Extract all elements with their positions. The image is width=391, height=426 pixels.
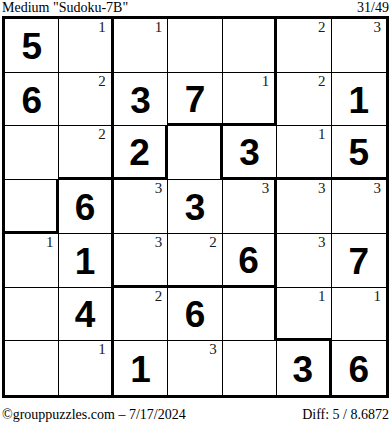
cell-r7c7: 6: [332, 341, 386, 395]
empty-cell-counter: 31/49: [357, 0, 389, 15]
corner-mark: 3: [318, 180, 326, 197]
given-digit: 5: [348, 134, 369, 171]
corner-mark: 3: [262, 180, 270, 197]
given-digit: 3: [185, 189, 206, 226]
corner-mark: 3: [373, 19, 381, 36]
cell-r3c5: 3: [223, 126, 277, 180]
given-digit: 2: [129, 134, 150, 171]
cell-r3c4: [168, 126, 222, 180]
cell-r6c1: [5, 288, 59, 342]
header: Medium "Sudoku-7B" 31/49: [2, 0, 389, 15]
cell-r4c3: 3: [114, 180, 168, 234]
cell-r2c4: 7: [168, 73, 222, 127]
cell-r5c5: 6: [223, 234, 277, 288]
cell-r2c6: 2: [277, 73, 331, 127]
cell-r6c4: 6: [168, 288, 222, 342]
cell-r7c6: 3: [277, 341, 331, 395]
cell-r1c4: [168, 19, 222, 73]
corner-mark: 3: [373, 180, 381, 197]
cell-r3c7: 5: [332, 126, 386, 180]
cell-r4c6: 3: [277, 180, 331, 234]
given-digit: 6: [238, 242, 259, 279]
cell-r5c1: 1: [5, 234, 59, 288]
corner-mark: 2: [318, 73, 326, 90]
cell-r2c2: 2: [59, 73, 113, 127]
cell-r6c2: 4: [59, 288, 113, 342]
given-digit: 7: [348, 243, 369, 280]
cell-r3c2: 2: [59, 126, 113, 180]
given-digit: 6: [75, 189, 96, 226]
cell-r1c1: 5: [5, 19, 59, 73]
cell-r5c7: 7: [332, 234, 386, 288]
cell-r6c6: 1: [277, 288, 331, 342]
corner-mark: 2: [209, 234, 217, 251]
corner-mark: 1: [98, 341, 106, 358]
cell-r7c2: 1: [59, 341, 113, 395]
cell-r2c1: 6: [5, 73, 59, 127]
given-digit: 3: [239, 134, 260, 171]
cell-r4c2: 6: [59, 180, 113, 234]
corner-mark: 2: [98, 73, 106, 90]
corner-mark: 2: [155, 288, 163, 305]
corner-mark: 2: [318, 19, 326, 36]
cell-r1c2: 1: [59, 19, 113, 73]
given-digit: 3: [293, 351, 314, 388]
given-digit: 4: [75, 296, 96, 333]
cell-r7c5: [223, 341, 277, 395]
cell-r1c6: 2: [277, 19, 331, 73]
puzzle-title: Medium "Sudoku-7B": [2, 0, 128, 15]
cell-r4c4: 3: [168, 180, 222, 234]
cell-r4c5: 3: [223, 180, 277, 234]
given-digit: 6: [348, 351, 369, 388]
cell-r3c6: 1: [277, 126, 331, 180]
given-digit: 1: [348, 82, 369, 119]
cell-r5c2: 1: [59, 234, 113, 288]
corner-mark: 3: [209, 341, 217, 358]
cell-r2c5: 1: [223, 73, 277, 127]
corner-mark: 1: [155, 19, 163, 36]
corner-mark: 3: [155, 180, 163, 197]
corner-mark: 1: [98, 19, 106, 36]
given-digit: 1: [130, 351, 151, 388]
difficulty-rating: Diff: 5 / 8.6872: [302, 407, 389, 423]
corner-mark: 1: [46, 234, 54, 251]
puzzle-page: Medium "Sudoku-7B" 31/49 511236237121223…: [0, 0, 391, 426]
corner-mark: 1: [373, 288, 381, 305]
cell-r1c7: 3: [332, 19, 386, 73]
cell-r2c7: 1: [332, 73, 386, 127]
copyright-credit: ©grouppuzzles.com – 7/17/2024: [2, 407, 186, 423]
given-digit: 6: [185, 296, 206, 333]
cell-r5c6: 3: [277, 234, 331, 288]
cell-r7c3: 1: [114, 341, 168, 395]
corner-mark: 2: [98, 126, 106, 143]
corner-mark: 1: [318, 126, 326, 143]
given-digit: 1: [75, 243, 96, 280]
cell-r3c1: [5, 126, 59, 180]
corner-mark: 3: [318, 234, 326, 251]
cell-r1c5: [223, 19, 277, 73]
corner-mark: 1: [318, 288, 326, 305]
cell-r3c3: 2: [114, 126, 168, 180]
corner-mark: 3: [155, 234, 163, 251]
cell-r7c4: 3: [168, 341, 222, 395]
given-digit: 5: [21, 28, 42, 65]
cell-r6c3: 2: [114, 288, 168, 342]
given-digit: 7: [185, 81, 206, 118]
cell-r4c1: [5, 180, 59, 234]
corner-mark: 1: [262, 73, 270, 90]
cell-r2c3: 3: [114, 73, 168, 127]
sudoku-board: 5112362371212231563333311326374261111336: [2, 16, 389, 398]
cell-r5c3: 3: [114, 234, 168, 288]
footer: ©grouppuzzles.com – 7/17/2024 Diff: 5 / …: [2, 407, 389, 423]
cell-r5c4: 2: [168, 234, 222, 288]
given-digit: 6: [21, 82, 42, 119]
given-digit: 3: [130, 82, 151, 119]
cell-r1c3: 1: [114, 19, 168, 73]
cell-r4c7: 3: [332, 180, 386, 234]
cell-r6c7: 1: [332, 288, 386, 342]
cell-r7c1: [5, 341, 59, 395]
cell-r6c5: [223, 288, 277, 342]
